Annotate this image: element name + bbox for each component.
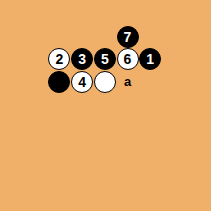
- stone-white-4: 4: [71, 71, 93, 93]
- stone-black-1: 1: [139, 48, 161, 70]
- point-label-a: a: [120, 75, 135, 90]
- stone-black-3: 3: [71, 48, 93, 70]
- stone-white-2: 2: [48, 48, 70, 70]
- stone-black-plain: [48, 71, 70, 93]
- go-board: a 1234567: [0, 0, 211, 211]
- stone-black-7: 7: [117, 26, 139, 48]
- stone-white-6: 6: [117, 48, 139, 70]
- stone-black-5: 5: [94, 48, 116, 70]
- stone-white-plain: [94, 71, 116, 93]
